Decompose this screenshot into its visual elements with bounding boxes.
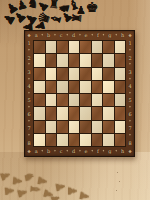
wood-speck <box>116 190 117 191</box>
diamond-ornament-icon: ✦ <box>28 49 31 53</box>
coordinate-label: 3 <box>128 70 131 75</box>
coordinate-label: 8 <box>27 141 30 146</box>
square-a2[interactable] <box>34 54 45 66</box>
white-pawn-off-board[interactable]: ♟ <box>77 190 91 200</box>
coordinate-label: 2 <box>27 56 30 61</box>
square-f6[interactable] <box>92 107 103 119</box>
coordinate-label: 6 <box>128 112 131 117</box>
square-g2[interactable] <box>103 54 114 66</box>
coordinate-label: 5 <box>128 98 131 103</box>
square-g1[interactable] <box>103 41 114 53</box>
diamond-ornament-icon: ✦ <box>129 49 132 53</box>
diamond-ornament-icon: ✦ <box>28 120 31 124</box>
square-a1[interactable] <box>34 41 45 53</box>
coordinate-label: 4 <box>128 84 131 89</box>
square-c2[interactable] <box>57 54 68 66</box>
coordinate-label: f <box>97 33 99 38</box>
square-c3[interactable] <box>57 68 68 80</box>
square-a6[interactable] <box>34 107 45 119</box>
square-h7[interactable] <box>115 121 126 133</box>
square-e2[interactable] <box>80 54 91 66</box>
square-b2[interactable] <box>46 54 57 66</box>
coordinate-label: d <box>72 149 75 154</box>
square-c8[interactable] <box>57 134 68 146</box>
square-h5[interactable] <box>115 94 126 106</box>
wood-speck <box>117 172 118 173</box>
coordinate-strip-left: 1✦2✦3✦4✦5✦6✦7✦8 <box>25 40 33 147</box>
square-d3[interactable] <box>69 68 80 80</box>
square-g6[interactable] <box>103 107 114 119</box>
diamond-ornament-icon: ✦ <box>91 150 94 154</box>
square-d5[interactable] <box>69 94 80 106</box>
coordinate-label: a <box>35 149 38 154</box>
square-h4[interactable] <box>115 81 126 93</box>
square-g8[interactable] <box>103 134 114 146</box>
diamond-ornament-icon: ✦ <box>28 92 31 96</box>
coordinate-label: d <box>72 33 75 38</box>
coordinate-label: 4 <box>27 84 30 89</box>
diamond-ornament-icon: ✦ <box>129 78 132 82</box>
table-surface: a✦b✦c✦d✦e✦f✦g✦h a✦b✦c✦d✦e✦f✦g✦h 1✦2✦3✦4✦… <box>0 0 150 200</box>
wood-speck <box>119 181 120 182</box>
diamond-ornament-icon: ✦ <box>102 34 105 38</box>
diamond-ornament-icon: ✦ <box>129 63 132 67</box>
coordinate-label: 7 <box>128 126 131 131</box>
coordinate-strip-bottom: a✦b✦c✦d✦e✦f✦g✦h <box>33 147 126 156</box>
diamond-ornament-icon: ✦ <box>28 106 31 110</box>
square-f2[interactable] <box>92 54 103 66</box>
square-e4[interactable] <box>80 81 91 93</box>
square-h2[interactable] <box>115 54 126 66</box>
square-d8[interactable] <box>69 134 80 146</box>
square-c7[interactable] <box>57 121 68 133</box>
square-e6[interactable] <box>80 107 91 119</box>
coordinate-label: c <box>60 33 63 38</box>
coordinate-label: 2 <box>128 56 131 61</box>
square-d4[interactable] <box>69 81 80 93</box>
square-d2[interactable] <box>69 54 80 66</box>
coordinate-label: 1 <box>27 41 30 46</box>
coordinate-label: 6 <box>27 112 30 117</box>
square-e7[interactable] <box>80 121 91 133</box>
square-e5[interactable] <box>80 94 91 106</box>
square-h6[interactable] <box>115 107 126 119</box>
coordinate-label: 1 <box>128 41 131 46</box>
coordinate-label: h <box>121 149 124 154</box>
square-b8[interactable] <box>46 134 57 146</box>
square-d1[interactable] <box>69 41 80 53</box>
square-b7[interactable] <box>46 121 57 133</box>
coordinate-label: 7 <box>27 126 30 131</box>
diamond-ornament-icon: ✦ <box>28 63 31 67</box>
square-d7[interactable] <box>69 121 80 133</box>
chess-board: a✦b✦c✦d✦e✦f✦g✦h a✦b✦c✦d✦e✦f✦g✦h 1✦2✦3✦4✦… <box>24 30 135 157</box>
square-c6[interactable] <box>57 107 68 119</box>
square-b1[interactable] <box>46 41 57 53</box>
diamond-ornament-icon: ✦ <box>54 34 57 38</box>
black-king-off-board[interactable]: ♚ <box>86 0 99 14</box>
diamond-ornament-icon: ✦ <box>78 34 81 38</box>
coordinate-strip-right: 1✦2✦3✦4✦5✦6✦7✦8 <box>126 40 134 147</box>
diamond-ornament-icon: ✦ <box>28 134 31 138</box>
square-a3[interactable] <box>34 68 45 80</box>
corner-rosette-icon: ❖ <box>126 147 134 156</box>
square-a4[interactable] <box>34 81 45 93</box>
square-e3[interactable] <box>80 68 91 80</box>
square-h8[interactable] <box>115 134 126 146</box>
square-b3[interactable] <box>46 68 57 80</box>
square-h1[interactable] <box>115 41 126 53</box>
square-f1[interactable] <box>92 41 103 53</box>
square-e1[interactable] <box>80 41 91 53</box>
coordinate-label: e <box>85 149 88 154</box>
square-b4[interactable] <box>46 81 57 93</box>
square-h3[interactable] <box>115 68 126 80</box>
square-g3[interactable] <box>103 68 114 80</box>
coordinate-label: e <box>85 33 88 38</box>
square-g4[interactable] <box>103 81 114 93</box>
square-c4[interactable] <box>57 81 68 93</box>
diamond-ornament-icon: ✦ <box>129 120 132 124</box>
diamond-ornament-icon: ✦ <box>66 34 69 38</box>
square-a8[interactable] <box>34 134 45 146</box>
diamond-ornament-icon: ✦ <box>129 106 132 110</box>
coordinate-label: a <box>35 33 38 38</box>
coordinate-label: g <box>108 33 111 38</box>
coordinate-label: c <box>60 149 63 154</box>
diamond-ornament-icon: ✦ <box>54 150 57 154</box>
coordinate-label: 8 <box>128 141 131 146</box>
corner-rosette-icon: ❖ <box>25 147 33 156</box>
square-f4[interactable] <box>92 81 103 93</box>
square-a7[interactable] <box>34 121 45 133</box>
diamond-ornament-icon: ✦ <box>28 78 31 82</box>
square-e8[interactable] <box>80 134 91 146</box>
diamond-ornament-icon: ✦ <box>115 150 118 154</box>
diamond-ornament-icon: ✦ <box>129 134 132 138</box>
square-b6[interactable] <box>46 107 57 119</box>
diamond-ornament-icon: ✦ <box>66 150 69 154</box>
square-g7[interactable] <box>103 121 114 133</box>
diamond-ornament-icon: ✦ <box>129 92 132 96</box>
square-f3[interactable] <box>92 68 103 80</box>
coordinate-label: b <box>47 149 50 154</box>
play-area <box>33 40 126 147</box>
coordinate-label: 3 <box>27 70 30 75</box>
diamond-ornament-icon: ✦ <box>41 150 44 154</box>
coordinate-label: g <box>108 149 111 154</box>
square-b5[interactable] <box>46 94 57 106</box>
diamond-ornament-icon: ✦ <box>102 150 105 154</box>
square-c5[interactable] <box>57 94 68 106</box>
coordinate-strip-top: a✦b✦c✦d✦e✦f✦g✦h <box>33 31 126 40</box>
square-c1[interactable] <box>57 41 68 53</box>
corner-rosette-icon: ❖ <box>126 31 134 40</box>
square-f5[interactable] <box>92 94 103 106</box>
diamond-ornament-icon: ✦ <box>91 34 94 38</box>
black-rook-off-board[interactable]: ♜ <box>71 12 84 24</box>
coordinate-label: 5 <box>27 98 30 103</box>
coordinate-label: f <box>97 149 99 154</box>
square-f8[interactable] <box>92 134 103 146</box>
square-a5[interactable] <box>34 94 45 106</box>
square-f7[interactable] <box>92 121 103 133</box>
coordinate-label: b <box>47 33 50 38</box>
coordinate-label: h <box>121 33 124 38</box>
diamond-ornament-icon: ✦ <box>78 150 81 154</box>
diamond-ornament-icon: ✦ <box>115 34 118 38</box>
square-g5[interactable] <box>103 94 114 106</box>
diamond-ornament-icon: ✦ <box>41 34 44 38</box>
square-d6[interactable] <box>69 107 80 119</box>
